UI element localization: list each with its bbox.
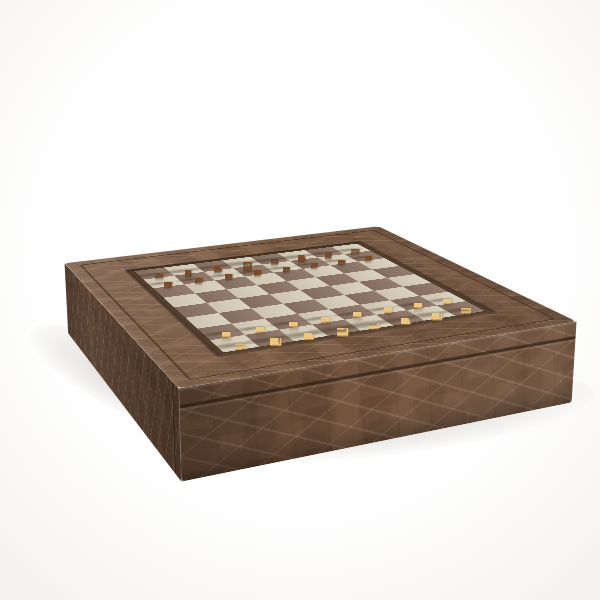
scene: ♜♞♝♛♚♝♞♜♟♟♟♟♟♟♟♟♟♟♟♟♟♟♟♟♜♞♝♛♚♝♞♜ bbox=[0, 0, 600, 600]
embossed-stamp bbox=[369, 327, 443, 341]
chess-box: ♜♞♝♛♚♝♞♜♟♟♟♟♟♟♟♟♟♟♟♟♟♟♟♟♜♞♝♛♚♝♞♜ bbox=[65, 226, 577, 388]
